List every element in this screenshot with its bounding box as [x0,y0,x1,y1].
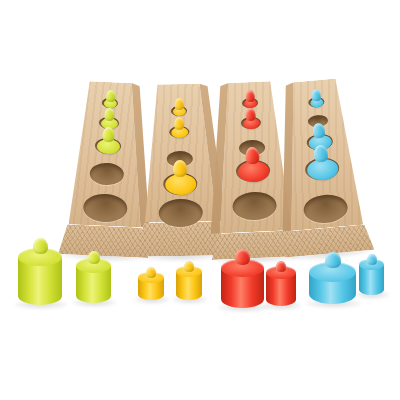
cylinder-knob [276,261,286,272]
cylinder-knob [88,251,100,264]
cylinder-knob [235,249,250,265]
cylinder-knob [184,261,194,272]
product-photo-stage [0,0,400,400]
cylinder-knob [325,252,341,268]
cylinder-knob [146,267,156,278]
cylinder-knob [367,254,377,265]
loose-cylinders-row [0,0,400,400]
cylinder-knob [33,238,48,254]
